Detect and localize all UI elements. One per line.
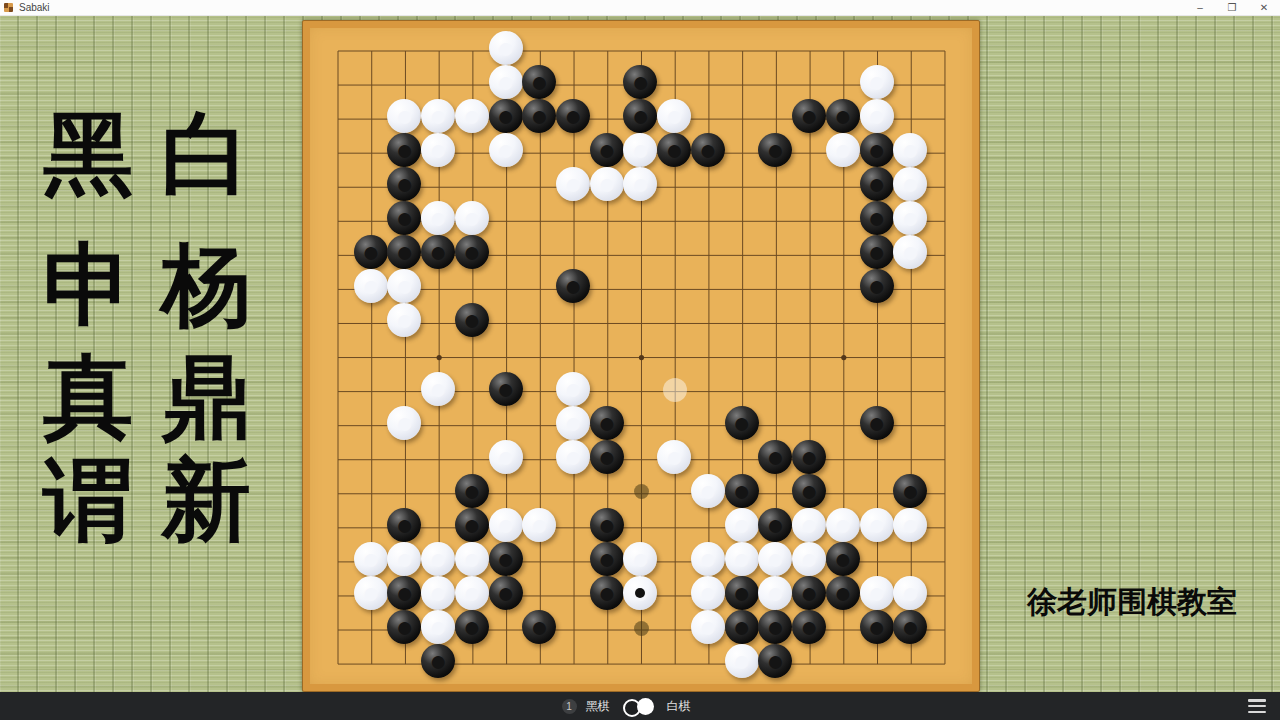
stone-white[interactable]: ●: [860, 508, 894, 542]
stone-black[interactable]: ●: [860, 133, 894, 167]
stone-black[interactable]: ●: [893, 610, 927, 644]
stone-black[interactable]: ●: [590, 508, 624, 542]
stone-black[interactable]: ●: [826, 99, 860, 133]
stone-black[interactable]: ●: [758, 440, 792, 474]
stone-white[interactable]: ●: [691, 474, 725, 508]
stone-white[interactable]: ●: [860, 65, 894, 99]
stone-black[interactable]: ●: [792, 610, 826, 644]
stone-black[interactable]: ●: [725, 406, 759, 440]
stone-black[interactable]: ●: [489, 372, 523, 406]
black-player-label: 黑棋: [586, 698, 610, 715]
stone-black[interactable]: ●: [691, 133, 725, 167]
close-button[interactable]: ✕: [1248, 0, 1280, 15]
variation-ghost-white[interactable]: [663, 378, 687, 402]
stone-white[interactable]: ●: [455, 576, 489, 610]
stone-white[interactable]: ●: [354, 269, 388, 303]
classroom-caption: 徐老师围棋教室: [1012, 582, 1252, 623]
stone-white[interactable]: ●: [725, 542, 759, 576]
stone-black[interactable]: ●: [590, 542, 624, 576]
stone-white[interactable]: ●: [489, 440, 523, 474]
stone-black[interactable]: ●: [792, 440, 826, 474]
stone-black[interactable]: ●: [725, 474, 759, 508]
white-turn-indicator-icon: [637, 698, 654, 715]
status-bar: 1 黑棋 白棋: [0, 692, 1280, 720]
stone-white[interactable]: ●: [691, 610, 725, 644]
stone-black[interactable]: ●: [860, 235, 894, 269]
stone-white[interactable]: ●: [556, 372, 590, 406]
stone-black[interactable]: ●: [893, 474, 927, 508]
stone-black[interactable]: ●: [590, 576, 624, 610]
app-icon: [4, 3, 13, 12]
stone-black[interactable]: ●: [792, 474, 826, 508]
stone-black[interactable]: ●: [792, 576, 826, 610]
stone-black[interactable]: ●: [860, 610, 894, 644]
caption-char: 黑: [36, 108, 140, 200]
variation-ghost-black[interactable]: [634, 621, 649, 636]
stone-black[interactable]: ●: [590, 406, 624, 440]
stone-white[interactable]: ●: [826, 508, 860, 542]
stone-white[interactable]: ●: [489, 508, 523, 542]
stone-white[interactable]: ●: [489, 31, 523, 65]
stone-white[interactable]: ●: [590, 167, 624, 201]
white-player-label: 白棋: [667, 698, 691, 715]
caption-char: 白: [154, 108, 258, 200]
stone-white[interactable]: ●: [421, 372, 455, 406]
stone-white[interactable]: ●: [758, 542, 792, 576]
caption-char: 新: [154, 454, 258, 546]
white-player-caption: 白 杨 鼎 新: [154, 108, 258, 546]
stone-black[interactable]: ●: [590, 133, 624, 167]
stone-white[interactable]: ●: [691, 542, 725, 576]
stone-black[interactable]: ●: [826, 576, 860, 610]
stone-black[interactable]: ●: [725, 576, 759, 610]
star-point: [639, 355, 644, 360]
stone-black[interactable]: ●: [860, 406, 894, 440]
stone-black[interactable]: ●: [489, 99, 523, 133]
stone-white[interactable]: ●: [455, 201, 489, 235]
stone-black[interactable]: ●: [421, 644, 455, 678]
caption-char: 真: [36, 351, 140, 443]
stone-black[interactable]: ●: [792, 99, 826, 133]
stone-black[interactable]: ●: [860, 167, 894, 201]
stone-white[interactable]: ●: [387, 406, 421, 440]
stone-black[interactable]: ●: [455, 474, 489, 508]
restore-button[interactable]: ❐: [1216, 0, 1248, 15]
window-controls: – ❐ ✕: [1184, 0, 1280, 15]
stone-white[interactable]: ●: [455, 99, 489, 133]
turn-indicator-group: 1 黑棋 白棋: [562, 698, 691, 715]
stone-black[interactable]: ●: [860, 201, 894, 235]
caption-char: 谓: [36, 454, 140, 546]
stone-white[interactable]: ●: [556, 406, 590, 440]
last-move-marker: [635, 588, 645, 598]
stone-white[interactable]: ●: [826, 133, 860, 167]
move-number-badge: 1: [562, 699, 577, 714]
stone-black[interactable]: ●: [455, 235, 489, 269]
stone-black[interactable]: ●: [354, 235, 388, 269]
minimize-button[interactable]: –: [1184, 0, 1216, 15]
stone-black[interactable]: ●: [860, 269, 894, 303]
stone-white[interactable]: ●: [354, 576, 388, 610]
stone-white[interactable]: ●: [860, 99, 894, 133]
stone-black[interactable]: ●: [725, 610, 759, 644]
turn-toggle[interactable]: [623, 698, 654, 715]
stone-white[interactable]: ●: [455, 542, 489, 576]
caption-char: 鼎: [154, 351, 258, 443]
hamburger-menu-icon[interactable]: [1248, 699, 1266, 713]
caption-char: 杨: [154, 239, 258, 331]
stone-white[interactable]: ●: [893, 508, 927, 542]
stone-white[interactable]: ●: [354, 542, 388, 576]
stone-black[interactable]: ●: [590, 440, 624, 474]
stone-white[interactable]: ●: [792, 542, 826, 576]
tatami-background: 黑 申 真 谓 白 杨 鼎 新 徐老师围棋教室 ●●●●●●●●●●●●●●●●…: [0, 15, 1280, 692]
stone-black[interactable]: ●: [489, 542, 523, 576]
stone-black[interactable]: ●: [758, 508, 792, 542]
stone-white[interactable]: ●: [691, 576, 725, 610]
title-bar: Sabaki – ❐ ✕: [0, 0, 1280, 16]
stone-black[interactable]: ●: [455, 610, 489, 644]
stone-white[interactable]: ●: [522, 508, 556, 542]
stone-white[interactable]: ●: [421, 610, 455, 644]
caption-char: 申: [36, 239, 140, 331]
stone-black[interactable]: ●: [556, 99, 590, 133]
stone-white[interactable]: ●: [657, 440, 691, 474]
stone-white[interactable]: ●: [421, 542, 455, 576]
stone-black[interactable]: ●: [489, 576, 523, 610]
stone-white[interactable]: ●: [489, 133, 523, 167]
star-point: [437, 355, 442, 360]
stone-white[interactable]: ●: [556, 440, 590, 474]
app-title: Sabaki: [19, 0, 50, 15]
stone-white[interactable]: ●: [725, 508, 759, 542]
stone-white[interactable]: ●: [421, 576, 455, 610]
stone-black[interactable]: ●: [455, 508, 489, 542]
stone-white[interactable]: ●: [792, 508, 826, 542]
stone-white[interactable]: ●: [893, 576, 927, 610]
goban[interactable]: ●●●●●●●●●●●●●●●●●●●●●●●●●●●●●●●●●●●●●●●●…: [302, 20, 980, 692]
star-point: [841, 355, 846, 360]
black-player-caption: 黑 申 真 谓: [36, 108, 140, 546]
stone-black[interactable]: ●: [826, 542, 860, 576]
stone-white[interactable]: ●: [489, 65, 523, 99]
stone-white[interactable]: ●: [725, 644, 759, 678]
stone-white[interactable]: ●: [860, 576, 894, 610]
